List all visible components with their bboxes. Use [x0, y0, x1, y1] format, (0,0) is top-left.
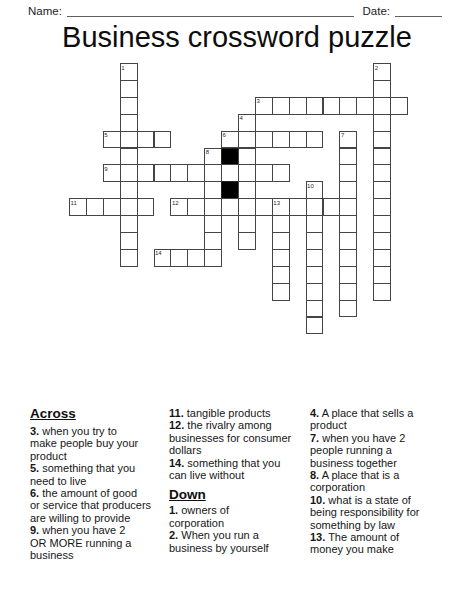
- grid-cell[interactable]: [272, 215, 290, 233]
- grid-cell[interactable]: [120, 198, 138, 216]
- grid-cell[interactable]: [339, 131, 357, 149]
- grid-cell[interactable]: [306, 249, 324, 267]
- grid-cell[interactable]: [339, 148, 357, 166]
- grid-cell[interactable]: [154, 249, 172, 267]
- grid-cell[interactable]: [120, 114, 138, 132]
- grid-cell[interactable]: [120, 249, 138, 267]
- grid-cell[interactable]: [120, 181, 138, 199]
- grid-cell[interactable]: [187, 249, 205, 267]
- name-label: Name:: [28, 5, 62, 17]
- clue-down-2: 2. When you run a business by yourself: [169, 529, 307, 554]
- grid-cell[interactable]: [221, 164, 239, 182]
- grid-cell[interactable]: [272, 266, 290, 284]
- grid-cell[interactable]: [170, 198, 188, 216]
- grid-cell[interactable]: [272, 232, 290, 250]
- clue-across-9: 9. when you have 2 OR MORE running a bus…: [30, 524, 165, 561]
- clue-column: Across3. when you try to make people buy…: [30, 407, 165, 561]
- clue-down-13: 13. The amount of money you make: [310, 531, 445, 556]
- grid-cell[interactable]: [306, 266, 324, 284]
- clue-across-14: 14. something that you can live without: [169, 457, 307, 482]
- grid-cell[interactable]: [339, 283, 357, 301]
- grid-cell[interactable]: [187, 198, 205, 216]
- grid-cell[interactable]: [137, 164, 155, 182]
- grid-cell[interactable]: [339, 300, 357, 318]
- clues-section: Across3. when you try to make people buy…: [0, 407, 474, 607]
- grid-cell[interactable]: [306, 215, 324, 233]
- grid-cell[interactable]: [289, 131, 307, 149]
- grid-cell[interactable]: [204, 249, 222, 267]
- grid-cell[interactable]: [272, 164, 290, 182]
- grid-cell[interactable]: [255, 198, 273, 216]
- grid-cell[interactable]: [103, 164, 121, 182]
- grid-cell[interactable]: [120, 232, 138, 250]
- grid-cell[interactable]: [204, 164, 222, 182]
- clue-column: 4. A place that sells a product7. when y…: [310, 407, 445, 556]
- grid-cell[interactable]: [373, 114, 391, 132]
- grid-cell[interactable]: [170, 164, 188, 182]
- grid-cell[interactable]: [204, 215, 222, 233]
- grid-cell[interactable]: [373, 283, 391, 301]
- grid-cell[interactable]: [306, 317, 324, 335]
- grid-cell[interactable]: [373, 80, 391, 98]
- grid-cell[interactable]: [238, 164, 256, 182]
- clue-across-11: 11. tangible products: [169, 407, 307, 419]
- grid-cell[interactable]: [204, 198, 222, 216]
- grid-cell[interactable]: [255, 131, 273, 149]
- grid-cell[interactable]: [306, 97, 324, 115]
- clue-across-12: 12. the rivalry among businesses for con…: [169, 419, 307, 456]
- grid-cell[interactable]: [373, 181, 391, 199]
- grid-cell[interactable]: [120, 80, 138, 98]
- grid-cell[interactable]: [339, 97, 357, 115]
- down-header: Down: [169, 488, 307, 502]
- grid-cell[interactable]: [339, 181, 357, 199]
- grid-cell[interactable]: [238, 232, 256, 250]
- grid-cell[interactable]: [238, 198, 256, 216]
- grid-cell[interactable]: [255, 164, 273, 182]
- grid-cell[interactable]: [373, 63, 391, 81]
- worksheet-header: Name: Date:: [28, 3, 442, 17]
- grid-cell[interactable]: [306, 232, 324, 250]
- grid-cell[interactable]: [204, 148, 222, 166]
- grid-cell[interactable]: [137, 131, 155, 149]
- name-blank-line[interactable]: [67, 3, 354, 17]
- grid-cell[interactable]: [373, 232, 391, 250]
- grid-cell[interactable]: [306, 198, 324, 216]
- clue-down-4: 4. A place that sells a product: [310, 407, 445, 432]
- grid-cell[interactable]: [339, 198, 357, 216]
- clue-down-8: 8. A place that is a corporation: [310, 469, 445, 494]
- grid-cell[interactable]: [187, 164, 205, 182]
- black-cell: [221, 148, 239, 166]
- grid-cell[interactable]: [306, 131, 324, 149]
- grid-cell[interactable]: [289, 97, 307, 115]
- grid-cell[interactable]: [289, 198, 307, 216]
- grid-cell[interactable]: [272, 198, 290, 216]
- grid-cell[interactable]: [356, 97, 374, 115]
- grid-cell[interactable]: [238, 131, 256, 149]
- grid-cell[interactable]: [272, 249, 290, 267]
- grid-cell[interactable]: [238, 215, 256, 233]
- grid-cell[interactable]: [373, 215, 391, 233]
- clue-across-3: 3. when you try to make people buy your …: [30, 425, 165, 462]
- grid-cell[interactable]: [306, 181, 324, 199]
- clue-down-1: 1. owners of corporation: [169, 504, 307, 529]
- grid-cell[interactable]: [204, 232, 222, 250]
- grid-cell[interactable]: [221, 198, 239, 216]
- grid-cell[interactable]: [339, 266, 357, 284]
- grid-cell[interactable]: [120, 131, 138, 149]
- grid-cell[interactable]: [373, 164, 391, 182]
- grid-cell[interactable]: [120, 164, 138, 182]
- clue-across-5: 5. something that you need to live: [30, 462, 165, 487]
- date-blank-line[interactable]: [395, 3, 442, 17]
- across-header: Across: [30, 407, 165, 421]
- page-title: Business crossword puzzle: [0, 21, 474, 54]
- grid-cell[interactable]: [373, 131, 391, 149]
- grid-cell[interactable]: [339, 232, 357, 250]
- grid-cell[interactable]: [154, 131, 172, 149]
- grid-cell[interactable]: [238, 181, 256, 199]
- grid-cell[interactable]: [170, 249, 188, 267]
- grid-cell[interactable]: [238, 148, 256, 166]
- clue-column: 11. tangible products12. the rivalry amo…: [169, 407, 307, 554]
- grid-cell[interactable]: [86, 198, 104, 216]
- grid-cell[interactable]: [154, 164, 172, 182]
- grid-cell[interactable]: [103, 131, 121, 149]
- grid-cell[interactable]: [323, 198, 341, 216]
- grid-cell[interactable]: [339, 249, 357, 267]
- grid-cell[interactable]: [339, 215, 357, 233]
- clue-down-7: 7. when you have 2 people running a busi…: [310, 432, 445, 469]
- grid-cell[interactable]: [373, 148, 391, 166]
- grid-cell[interactable]: [137, 198, 155, 216]
- grid-cell[interactable]: [306, 300, 324, 318]
- clue-down-10: 10. what is a state of being responsibil…: [310, 494, 445, 531]
- grid-cell[interactable]: [255, 97, 273, 115]
- grid-cell[interactable]: [272, 97, 290, 115]
- grid-cell[interactable]: [120, 148, 138, 166]
- grid-cell[interactable]: [120, 215, 138, 233]
- grid-cell[interactable]: [373, 198, 391, 216]
- grid-cell[interactable]: [221, 131, 239, 149]
- grid-cell[interactable]: [373, 249, 391, 267]
- grid-cell[interactable]: [390, 97, 408, 115]
- grid-cell[interactable]: [238, 114, 256, 132]
- grid-cell[interactable]: [120, 63, 138, 81]
- grid-cell[interactable]: [323, 97, 341, 115]
- clue-across-6: 6. the amount of good or service that pr…: [30, 487, 165, 524]
- grid-cell[interactable]: [120, 97, 138, 115]
- grid-cell[interactable]: [69, 198, 87, 216]
- grid-cell[interactable]: [339, 164, 357, 182]
- grid-cell[interactable]: [103, 198, 121, 216]
- black-cell: [221, 181, 239, 199]
- grid-cell[interactable]: [204, 181, 222, 199]
- grid-cell[interactable]: [373, 97, 391, 115]
- grid-cell[interactable]: [272, 131, 290, 149]
- grid-cell[interactable]: [373, 266, 391, 284]
- grid-cell[interactable]: [306, 283, 324, 301]
- crossword-grid: 1234567891011121314: [69, 63, 408, 335]
- date-label: Date:: [363, 5, 391, 17]
- grid-cell[interactable]: [272, 283, 290, 301]
